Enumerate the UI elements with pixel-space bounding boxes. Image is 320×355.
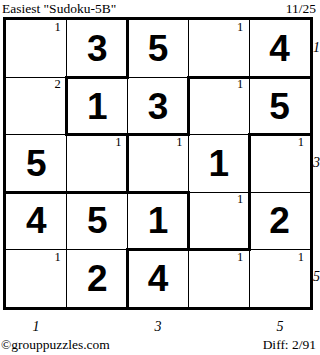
cell-r1c3: 5 — [128, 20, 189, 77]
difficulty: Diff: 2/91 — [263, 337, 316, 353]
step-mark: 1 — [176, 135, 182, 150]
given-digit: 5 — [269, 88, 290, 125]
step-mark: 1 — [298, 135, 304, 150]
cell-r3c3[interactable]: 1 — [128, 135, 189, 192]
cell-r1c4[interactable]: 1 — [188, 20, 249, 77]
cell-r4c1: 4 — [6, 192, 67, 249]
given-digit: 5 — [26, 145, 47, 182]
cell-r1c1[interactable]: 1 — [6, 20, 67, 77]
cell-r3c1: 5 — [6, 135, 67, 192]
given-digit: 3 — [148, 88, 169, 125]
puzzle-index: 11/25 — [286, 1, 316, 17]
cell-r1c2: 3 — [67, 20, 128, 77]
row-label-5: 5 — [313, 269, 320, 285]
step-mark: 1 — [55, 250, 61, 265]
cell-r4c2: 5 — [67, 192, 128, 249]
cell-r2c3: 3 — [128, 77, 189, 134]
cell-r5c2: 2 — [67, 250, 128, 307]
given-digit: 1 — [148, 202, 169, 239]
step-mark: 1 — [237, 20, 243, 35]
cell-r5c4[interactable]: 1 — [188, 250, 249, 307]
cell-r2c4[interactable]: 1 — [188, 77, 249, 134]
cell-r5c5[interactable]: 1 — [249, 250, 310, 307]
row-label-1: 1 — [313, 40, 320, 56]
puzzle-page: Easiest "Sudoku-5B" 11/25 13514213155111… — [0, 0, 320, 355]
step-mark: 1 — [237, 192, 243, 207]
cell-r4c4[interactable]: 1 — [188, 192, 249, 249]
cell-r5c1[interactable]: 1 — [6, 250, 67, 307]
given-digit: 2 — [87, 260, 108, 297]
cell-r4c3: 1 — [128, 192, 189, 249]
given-digit: 4 — [26, 202, 47, 239]
copyright: ©grouppuzzles.com — [1, 337, 110, 353]
board: 1351421315511114511212411 — [3, 17, 313, 310]
cell-r2c2: 1 — [67, 77, 128, 134]
cell-r4c5: 2 — [249, 192, 310, 249]
cell-r1c5: 4 — [249, 20, 310, 77]
col-label-1: 1 — [26, 319, 46, 335]
row-label-3: 3 — [313, 155, 320, 171]
col-label-3: 3 — [148, 319, 168, 335]
step-mark: 1 — [237, 77, 243, 92]
step-mark: 1 — [237, 250, 243, 265]
cell-r5c3: 4 — [128, 250, 189, 307]
cell-r2c1[interactable]: 2 — [6, 77, 67, 134]
cell-r2c5: 5 — [249, 77, 310, 134]
given-digit: 4 — [148, 260, 169, 297]
step-mark: 1 — [55, 20, 61, 35]
step-mark: 2 — [55, 77, 61, 92]
given-digit: 5 — [148, 30, 169, 67]
step-mark: 1 — [115, 135, 121, 150]
given-digit: 1 — [209, 145, 230, 182]
cell-r3c4: 1 — [188, 135, 249, 192]
given-digit: 4 — [269, 30, 290, 67]
given-digit: 2 — [269, 202, 290, 239]
given-digit: 1 — [87, 88, 108, 125]
cell-r3c5[interactable]: 1 — [249, 135, 310, 192]
given-digit: 3 — [87, 30, 108, 67]
col-label-5: 5 — [270, 319, 290, 335]
given-digit: 5 — [87, 202, 108, 239]
cell-r3c2[interactable]: 1 — [67, 135, 128, 192]
step-mark: 1 — [298, 250, 304, 265]
page-title: Easiest "Sudoku-5B" — [2, 1, 116, 17]
